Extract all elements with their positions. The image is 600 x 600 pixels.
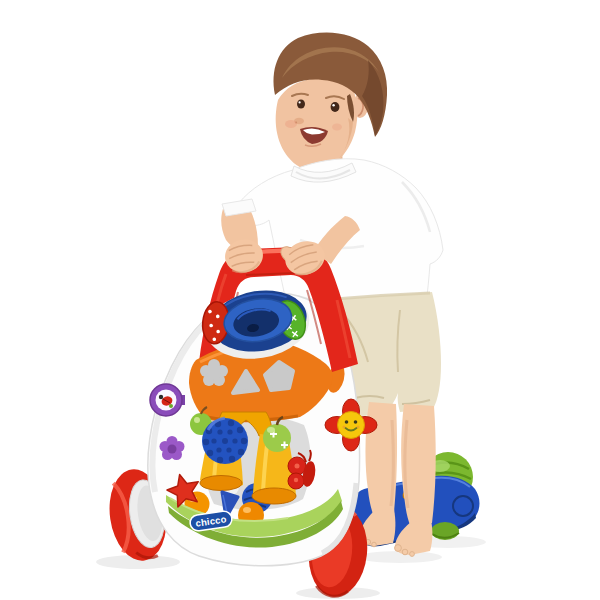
right-eye: [331, 102, 340, 112]
spiky-ball: [202, 418, 248, 464]
left-cheek: [285, 120, 297, 128]
product-photo: chicco: [0, 0, 600, 600]
right-cheek: [332, 124, 342, 131]
rear-bar-boss: [453, 496, 473, 516]
walker: chicco: [104, 247, 377, 600]
left-eye: [297, 99, 305, 108]
